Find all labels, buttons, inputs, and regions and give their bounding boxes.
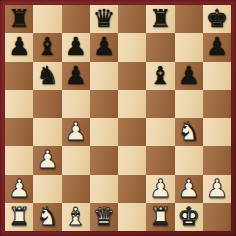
square-g3[interactable] xyxy=(175,146,203,174)
piece-black-pawn[interactable]: ♟ xyxy=(8,33,30,61)
square-c4[interactable]: ♟ xyxy=(62,118,90,146)
square-g6[interactable]: ♟ xyxy=(175,62,203,90)
square-a8[interactable]: ♜ xyxy=(5,5,33,33)
piece-black-bishop[interactable]: ♝ xyxy=(149,62,171,90)
piece-black-pawn[interactable]: ♟ xyxy=(64,33,86,61)
square-h8[interactable]: ♚ xyxy=(203,5,231,33)
square-f4[interactable] xyxy=(146,118,174,146)
square-f8[interactable]: ♜ xyxy=(146,5,174,33)
square-f5[interactable] xyxy=(146,90,174,118)
piece-black-rook[interactable]: ♜ xyxy=(8,5,30,33)
square-e4[interactable] xyxy=(118,118,146,146)
board-frame: ♜♛♜♚♟♝♟♟♟♞♟♝♟♟♞♟♟♟♟♟♜♞♝♛♜♚ xyxy=(0,0,236,236)
square-b1[interactable]: ♞ xyxy=(33,203,61,231)
square-d3[interactable] xyxy=(90,146,118,174)
square-f3[interactable] xyxy=(146,146,174,174)
square-a7[interactable]: ♟ xyxy=(5,33,33,61)
square-d7[interactable]: ♟ xyxy=(90,33,118,61)
square-b6[interactable]: ♞ xyxy=(33,62,61,90)
square-b7[interactable]: ♝ xyxy=(33,33,61,61)
square-h4[interactable] xyxy=(203,118,231,146)
square-f2[interactable]: ♟ xyxy=(146,175,174,203)
piece-black-rook[interactable]: ♜ xyxy=(149,5,171,33)
square-b5[interactable] xyxy=(33,90,61,118)
piece-white-king[interactable]: ♚ xyxy=(177,203,199,231)
square-f1[interactable]: ♜ xyxy=(146,203,174,231)
square-c6[interactable]: ♟ xyxy=(62,62,90,90)
square-e8[interactable] xyxy=(118,5,146,33)
square-g1[interactable]: ♚ xyxy=(175,203,203,231)
square-d2[interactable] xyxy=(90,175,118,203)
square-c2[interactable] xyxy=(62,175,90,203)
square-a4[interactable] xyxy=(5,118,33,146)
square-e6[interactable] xyxy=(118,62,146,90)
piece-white-knight[interactable]: ♞ xyxy=(36,203,58,231)
piece-white-pawn[interactable]: ♟ xyxy=(177,175,199,203)
square-a3[interactable] xyxy=(5,146,33,174)
square-e1[interactable] xyxy=(118,203,146,231)
chess-board: ♜♛♜♚♟♝♟♟♟♞♟♝♟♟♞♟♟♟♟♟♜♞♝♛♜♚ xyxy=(5,5,231,231)
square-d4[interactable] xyxy=(90,118,118,146)
square-g8[interactable] xyxy=(175,5,203,33)
piece-black-pawn[interactable]: ♟ xyxy=(64,62,86,90)
square-d8[interactable]: ♛ xyxy=(90,5,118,33)
piece-black-pawn[interactable]: ♟ xyxy=(93,33,115,61)
piece-white-queen[interactable]: ♛ xyxy=(93,203,115,231)
square-h7[interactable]: ♟ xyxy=(203,33,231,61)
square-a2[interactable]: ♟ xyxy=(5,175,33,203)
piece-white-pawn[interactable]: ♟ xyxy=(149,175,171,203)
square-g2[interactable]: ♟ xyxy=(175,175,203,203)
square-b8[interactable] xyxy=(33,5,61,33)
square-c7[interactable]: ♟ xyxy=(62,33,90,61)
piece-white-bishop[interactable]: ♝ xyxy=(64,203,86,231)
square-h5[interactable] xyxy=(203,90,231,118)
piece-white-pawn[interactable]: ♟ xyxy=(64,118,86,146)
piece-black-knight[interactable]: ♞ xyxy=(36,62,58,90)
piece-black-queen[interactable]: ♛ xyxy=(93,5,115,33)
square-c5[interactable] xyxy=(62,90,90,118)
piece-white-pawn[interactable]: ♟ xyxy=(206,175,228,203)
square-a6[interactable] xyxy=(5,62,33,90)
piece-white-pawn[interactable]: ♟ xyxy=(8,175,30,203)
square-f6[interactable]: ♝ xyxy=(146,62,174,90)
square-g5[interactable] xyxy=(175,90,203,118)
square-h3[interactable] xyxy=(203,146,231,174)
square-h1[interactable] xyxy=(203,203,231,231)
square-a1[interactable]: ♜ xyxy=(5,203,33,231)
square-f7[interactable] xyxy=(146,33,174,61)
square-c8[interactable] xyxy=(62,5,90,33)
square-a5[interactable] xyxy=(5,90,33,118)
square-d1[interactable]: ♛ xyxy=(90,203,118,231)
square-b4[interactable] xyxy=(33,118,61,146)
piece-black-bishop[interactable]: ♝ xyxy=(36,33,58,61)
piece-black-pawn[interactable]: ♟ xyxy=(206,33,228,61)
square-c3[interactable] xyxy=(62,146,90,174)
square-b2[interactable] xyxy=(33,175,61,203)
piece-white-knight[interactable]: ♞ xyxy=(177,118,199,146)
piece-black-pawn[interactable]: ♟ xyxy=(177,62,199,90)
square-g7[interactable] xyxy=(175,33,203,61)
piece-white-pawn[interactable]: ♟ xyxy=(36,146,58,174)
square-d6[interactable] xyxy=(90,62,118,90)
square-e2[interactable] xyxy=(118,175,146,203)
square-h6[interactable] xyxy=(203,62,231,90)
piece-white-rook[interactable]: ♜ xyxy=(8,203,30,231)
square-c1[interactable]: ♝ xyxy=(62,203,90,231)
square-h2[interactable]: ♟ xyxy=(203,175,231,203)
square-e3[interactable] xyxy=(118,146,146,174)
square-e5[interactable] xyxy=(118,90,146,118)
square-g4[interactable]: ♞ xyxy=(175,118,203,146)
square-d5[interactable] xyxy=(90,90,118,118)
square-b3[interactable]: ♟ xyxy=(33,146,61,174)
piece-black-king[interactable]: ♚ xyxy=(206,5,228,33)
square-e7[interactable] xyxy=(118,33,146,61)
piece-white-rook[interactable]: ♜ xyxy=(149,203,171,231)
